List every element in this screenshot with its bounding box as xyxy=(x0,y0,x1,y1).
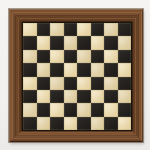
chessboard xyxy=(9,9,143,142)
square-g4[interactable] xyxy=(104,77,118,90)
square-a4[interactable] xyxy=(23,77,37,90)
board-frame-right xyxy=(132,9,143,142)
square-f7[interactable] xyxy=(91,36,105,49)
square-e2[interactable] xyxy=(77,103,91,116)
square-g2[interactable] xyxy=(104,103,118,116)
square-c7[interactable] xyxy=(50,36,64,49)
square-c6[interactable] xyxy=(50,50,64,63)
square-h2[interactable] xyxy=(118,103,132,116)
square-f6[interactable] xyxy=(91,50,105,63)
square-a1[interactable] xyxy=(23,117,37,130)
square-e6[interactable] xyxy=(77,50,91,63)
square-b5[interactable] xyxy=(37,63,51,76)
square-h3[interactable] xyxy=(118,90,132,103)
playing-area xyxy=(22,22,132,131)
square-f4[interactable] xyxy=(91,77,105,90)
square-h4[interactable] xyxy=(118,77,132,90)
square-g6[interactable] xyxy=(104,50,118,63)
square-d5[interactable] xyxy=(64,63,78,76)
square-d2[interactable] xyxy=(64,103,78,116)
square-e8[interactable] xyxy=(77,23,91,36)
photo-background xyxy=(0,0,150,150)
square-a6[interactable] xyxy=(23,50,37,63)
square-e7[interactable] xyxy=(77,36,91,49)
square-g5[interactable] xyxy=(104,63,118,76)
square-g8[interactable] xyxy=(104,23,118,36)
square-b3[interactable] xyxy=(37,90,51,103)
square-d4[interactable] xyxy=(64,77,78,90)
square-g1[interactable] xyxy=(104,117,118,130)
square-f1[interactable] xyxy=(91,117,105,130)
square-e1[interactable] xyxy=(77,117,91,130)
board-frame-top xyxy=(9,9,143,22)
square-e5[interactable] xyxy=(77,63,91,76)
square-e4[interactable] xyxy=(77,77,91,90)
square-b2[interactable] xyxy=(37,103,51,116)
square-b4[interactable] xyxy=(37,77,51,90)
square-h8[interactable] xyxy=(118,23,132,36)
square-h1[interactable] xyxy=(118,117,132,130)
square-c1[interactable] xyxy=(50,117,64,130)
square-h6[interactable] xyxy=(118,50,132,63)
square-d3[interactable] xyxy=(64,90,78,103)
square-d6[interactable] xyxy=(64,50,78,63)
square-a2[interactable] xyxy=(23,103,37,116)
square-g3[interactable] xyxy=(104,90,118,103)
square-c3[interactable] xyxy=(50,90,64,103)
square-h7[interactable] xyxy=(118,36,132,49)
square-b1[interactable] xyxy=(37,117,51,130)
square-b7[interactable] xyxy=(37,36,51,49)
square-e3[interactable] xyxy=(77,90,91,103)
square-h5[interactable] xyxy=(118,63,132,76)
square-a7[interactable] xyxy=(23,36,37,49)
square-f8[interactable] xyxy=(91,23,105,36)
square-a8[interactable] xyxy=(23,23,37,36)
square-b6[interactable] xyxy=(37,50,51,63)
square-d7[interactable] xyxy=(64,36,78,49)
square-a5[interactable] xyxy=(23,63,37,76)
square-f3[interactable] xyxy=(91,90,105,103)
square-a3[interactable] xyxy=(23,90,37,103)
square-g7[interactable] xyxy=(104,36,118,49)
square-d1[interactable] xyxy=(64,117,78,130)
square-f2[interactable] xyxy=(91,103,105,116)
square-c8[interactable] xyxy=(50,23,64,36)
square-f5[interactable] xyxy=(91,63,105,76)
square-c4[interactable] xyxy=(50,77,64,90)
square-d8[interactable] xyxy=(64,23,78,36)
board-frame-left xyxy=(9,9,22,142)
board-frame-bottom xyxy=(9,131,143,142)
square-c2[interactable] xyxy=(50,103,64,116)
square-c5[interactable] xyxy=(50,63,64,76)
square-b8[interactable] xyxy=(37,23,51,36)
